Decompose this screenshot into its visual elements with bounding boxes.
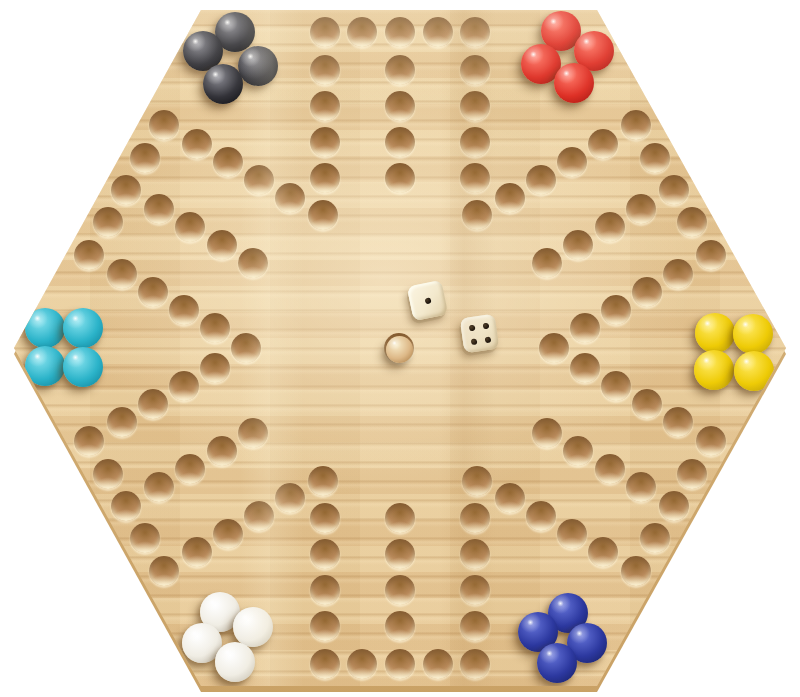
home-row-hole[interactable] bbox=[532, 418, 562, 448]
track-hole[interactable] bbox=[149, 556, 179, 586]
track-hole[interactable] bbox=[677, 207, 707, 237]
track-hole[interactable] bbox=[460, 575, 490, 605]
track-hole[interactable] bbox=[621, 110, 651, 140]
marble-white-4[interactable] bbox=[215, 642, 255, 682]
track-hole[interactable] bbox=[460, 91, 490, 121]
track-hole[interactable] bbox=[663, 259, 693, 289]
track-hole[interactable] bbox=[601, 371, 631, 401]
home-row-hole[interactable] bbox=[207, 436, 237, 466]
track-hole[interactable] bbox=[632, 389, 662, 419]
die-2-showing-4[interactable] bbox=[459, 313, 499, 353]
track-hole[interactable] bbox=[107, 407, 137, 437]
track-hole[interactable] bbox=[310, 55, 340, 85]
track-hole[interactable] bbox=[310, 649, 340, 679]
track-hole[interactable] bbox=[138, 389, 168, 419]
track-hole[interactable] bbox=[308, 200, 338, 230]
game-board bbox=[0, 0, 800, 697]
track-hole[interactable] bbox=[169, 371, 199, 401]
track-hole[interactable] bbox=[130, 143, 160, 173]
home-row-hole[interactable] bbox=[563, 436, 593, 466]
home-row-hole[interactable] bbox=[175, 212, 205, 242]
track-hole[interactable] bbox=[385, 649, 415, 679]
photo-background bbox=[0, 0, 800, 697]
track-hole[interactable] bbox=[462, 466, 492, 496]
track-hole[interactable] bbox=[588, 129, 618, 159]
track-hole[interactable] bbox=[107, 259, 137, 289]
marble-yellow-1[interactable] bbox=[695, 313, 735, 353]
home-row-hole[interactable] bbox=[626, 472, 656, 502]
track-hole[interactable] bbox=[696, 426, 726, 456]
marble-yellow-3[interactable] bbox=[694, 350, 734, 390]
home-row-hole[interactable] bbox=[238, 418, 268, 448]
home-row-hole[interactable] bbox=[595, 454, 625, 484]
die-pip bbox=[470, 338, 477, 345]
track-hole[interactable] bbox=[696, 240, 726, 270]
track-hole[interactable] bbox=[640, 143, 670, 173]
home-row-hole[interactable] bbox=[563, 230, 593, 260]
home-row-hole[interactable] bbox=[144, 194, 174, 224]
track-hole[interactable] bbox=[347, 649, 377, 679]
track-hole[interactable] bbox=[310, 91, 340, 121]
home-row-hole[interactable] bbox=[385, 55, 415, 85]
home-row-hole[interactable] bbox=[385, 163, 415, 193]
track-hole[interactable] bbox=[677, 459, 707, 489]
marble-black-3[interactable] bbox=[238, 46, 278, 86]
marble-blue-4[interactable] bbox=[537, 643, 577, 683]
track-hole[interactable] bbox=[310, 503, 340, 533]
track-hole[interactable] bbox=[231, 333, 261, 363]
track-hole[interactable] bbox=[111, 175, 141, 205]
die-pip bbox=[468, 324, 475, 331]
marble-white-2[interactable] bbox=[233, 607, 273, 647]
home-row-hole[interactable] bbox=[385, 91, 415, 121]
track-hole[interactable] bbox=[93, 207, 123, 237]
track-hole[interactable] bbox=[570, 313, 600, 343]
track-hole[interactable] bbox=[310, 575, 340, 605]
home-row-hole[interactable] bbox=[238, 248, 268, 278]
home-row-hole[interactable] bbox=[385, 539, 415, 569]
track-hole[interactable] bbox=[93, 459, 123, 489]
track-hole[interactable] bbox=[460, 539, 490, 569]
die-1-showing-1[interactable] bbox=[406, 279, 448, 321]
track-hole[interactable] bbox=[460, 503, 490, 533]
die-pip bbox=[484, 336, 491, 343]
track-hole[interactable] bbox=[640, 523, 670, 553]
track-hole[interactable] bbox=[74, 426, 104, 456]
home-row-hole[interactable] bbox=[385, 127, 415, 157]
track-hole[interactable] bbox=[460, 127, 490, 157]
marble-wood-1[interactable] bbox=[386, 336, 413, 363]
track-hole[interactable] bbox=[460, 649, 490, 679]
track-hole[interactable] bbox=[213, 519, 243, 549]
track-hole[interactable] bbox=[275, 483, 305, 513]
track-hole[interactable] bbox=[275, 183, 305, 213]
home-row-hole[interactable] bbox=[385, 611, 415, 641]
marble-red-4[interactable] bbox=[554, 63, 594, 103]
track-hole[interactable] bbox=[308, 466, 338, 496]
track-hole[interactable] bbox=[460, 163, 490, 193]
track-hole[interactable] bbox=[588, 537, 618, 567]
track-hole[interactable] bbox=[385, 17, 415, 47]
track-hole[interactable] bbox=[200, 313, 230, 343]
track-hole[interactable] bbox=[310, 163, 340, 193]
home-row-hole[interactable] bbox=[626, 194, 656, 224]
track-hole[interactable] bbox=[460, 611, 490, 641]
track-hole[interactable] bbox=[601, 295, 631, 325]
marble-black-4[interactable] bbox=[203, 64, 243, 104]
track-hole[interactable] bbox=[495, 483, 525, 513]
track-hole[interactable] bbox=[130, 523, 160, 553]
track-hole[interactable] bbox=[169, 295, 199, 325]
track-hole[interactable] bbox=[244, 165, 274, 195]
track-hole[interactable] bbox=[310, 539, 340, 569]
home-row-hole[interactable] bbox=[532, 248, 562, 278]
track-hole[interactable] bbox=[310, 127, 340, 157]
die-pip bbox=[423, 296, 430, 303]
die-pip bbox=[482, 322, 489, 329]
track-hole[interactable] bbox=[138, 277, 168, 307]
home-row-hole[interactable] bbox=[595, 212, 625, 242]
home-row-hole[interactable] bbox=[144, 472, 174, 502]
home-row-hole[interactable] bbox=[175, 454, 205, 484]
track-hole[interactable] bbox=[460, 55, 490, 85]
track-hole[interactable] bbox=[460, 17, 490, 47]
home-row-hole[interactable] bbox=[385, 575, 415, 605]
track-hole[interactable] bbox=[111, 491, 141, 521]
track-hole[interactable] bbox=[557, 519, 587, 549]
track-hole[interactable] bbox=[659, 175, 689, 205]
track-hole[interactable] bbox=[632, 277, 662, 307]
track-hole[interactable] bbox=[182, 537, 212, 567]
track-hole[interactable] bbox=[621, 556, 651, 586]
track-hole[interactable] bbox=[423, 649, 453, 679]
track-hole[interactable] bbox=[659, 491, 689, 521]
track-hole[interactable] bbox=[557, 147, 587, 177]
track-hole[interactable] bbox=[310, 611, 340, 641]
marble-yellow-2[interactable] bbox=[733, 314, 773, 354]
track-hole[interactable] bbox=[570, 353, 600, 383]
home-row-hole[interactable] bbox=[207, 230, 237, 260]
marble-teal-4[interactable] bbox=[63, 347, 103, 387]
track-hole[interactable] bbox=[200, 353, 230, 383]
track-hole[interactable] bbox=[526, 165, 556, 195]
track-hole[interactable] bbox=[310, 17, 340, 47]
marble-teal-2[interactable] bbox=[63, 308, 103, 348]
track-hole[interactable] bbox=[347, 17, 377, 47]
track-hole[interactable] bbox=[663, 407, 693, 437]
home-row-hole[interactable] bbox=[385, 503, 415, 533]
track-hole[interactable] bbox=[149, 110, 179, 140]
track-hole[interactable] bbox=[423, 17, 453, 47]
track-hole[interactable] bbox=[74, 240, 104, 270]
marble-teal-1[interactable] bbox=[25, 308, 65, 348]
track-hole[interactable] bbox=[244, 501, 274, 531]
track-hole[interactable] bbox=[462, 200, 492, 230]
track-hole[interactable] bbox=[526, 501, 556, 531]
track-hole[interactable] bbox=[213, 147, 243, 177]
track-hole[interactable] bbox=[182, 129, 212, 159]
track-hole[interactable] bbox=[539, 333, 569, 363]
track-hole[interactable] bbox=[495, 183, 525, 213]
